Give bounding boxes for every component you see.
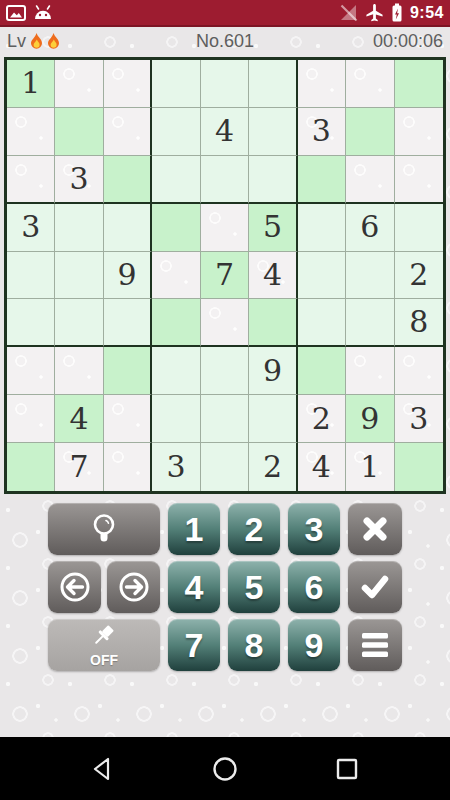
cell-r8c5[interactable] — [201, 395, 249, 443]
num-2-button[interactable]: 2 — [228, 503, 280, 555]
cell-r5c8[interactable] — [346, 252, 394, 300]
cell-r3c8[interactable] — [346, 156, 394, 204]
cell-r5c7[interactable] — [298, 252, 346, 300]
cell-r4c3[interactable] — [104, 204, 152, 252]
back-button[interactable] — [90, 756, 116, 782]
cell-r1c4[interactable] — [152, 60, 200, 108]
cell-r9c2[interactable]: 7 — [55, 443, 103, 491]
pin-toggle-button[interactable]: OFF — [48, 619, 160, 671]
cell-r9c5[interactable] — [201, 443, 249, 491]
num-1-button[interactable]: 1 — [168, 503, 220, 555]
cell-r6c2[interactable] — [55, 299, 103, 347]
no-signal-icon — [340, 4, 358, 21]
battery-charging-icon — [391, 3, 403, 22]
app-screen: 9:54 Lv No.601 00:00:06 1433356974289429… — [0, 0, 450, 800]
status-bar: 9:54 — [0, 0, 450, 27]
cell-r1c6[interactable] — [249, 60, 297, 108]
home-circle-icon — [212, 756, 238, 782]
airplane-mode-icon — [365, 3, 384, 22]
cell-r2c2[interactable] — [55, 108, 103, 156]
cell-r9c6[interactable]: 2 — [249, 443, 297, 491]
cell-r6c8[interactable] — [346, 299, 394, 347]
cell-r8c6[interactable] — [249, 395, 297, 443]
x-icon — [360, 514, 390, 544]
keypad: 1 2 3 — [48, 503, 402, 671]
cell-r2c8[interactable] — [346, 108, 394, 156]
cell-r7c6[interactable]: 9 — [249, 347, 297, 395]
cell-r6c6[interactable] — [249, 299, 297, 347]
num-9-button[interactable]: 9 — [288, 619, 340, 671]
cell-r4c6[interactable]: 5 — [249, 204, 297, 252]
cell-r6c7[interactable] — [298, 299, 346, 347]
cell-r1c2[interactable] — [55, 60, 103, 108]
delete-button[interactable] — [348, 503, 402, 555]
num-3-button[interactable]: 3 — [288, 503, 340, 555]
cell-r3c4[interactable] — [152, 156, 200, 204]
screenshot-icon — [6, 5, 26, 21]
num-7-button[interactable]: 7 — [168, 619, 220, 671]
cell-r8c2[interactable]: 4 — [55, 395, 103, 443]
cell-r9c1[interactable] — [7, 443, 55, 491]
cell-r8c1[interactable] — [7, 395, 55, 443]
clock: 9:54 — [410, 4, 444, 22]
cell-r9c9[interactable] — [395, 443, 443, 491]
sudoku-board: 1433356974289429373241 — [4, 57, 446, 494]
next-button[interactable] — [107, 561, 160, 613]
hamburger-icon — [360, 631, 390, 659]
cell-r1c5[interactable] — [201, 60, 249, 108]
lightbulb-icon — [89, 512, 119, 546]
num-8-button[interactable]: 8 — [228, 619, 280, 671]
cell-r1c1[interactable]: 1 — [7, 60, 55, 108]
menu-button[interactable] — [348, 619, 402, 671]
cell-r1c8[interactable] — [346, 60, 394, 108]
cell-r5c1[interactable] — [7, 252, 55, 300]
recents-square-icon — [334, 756, 360, 782]
cell-r8c7[interactable]: 2 — [298, 395, 346, 443]
cell-r3c7[interactable] — [298, 156, 346, 204]
check-icon — [359, 572, 391, 602]
cell-r2c9[interactable] — [395, 108, 443, 156]
cell-r4c5[interactable] — [201, 204, 249, 252]
cell-r2c4[interactable] — [152, 108, 200, 156]
cell-r2c7[interactable]: 3 — [298, 108, 346, 156]
circle-right-arrow-icon — [118, 571, 150, 603]
cell-r3c2[interactable]: 3 — [55, 156, 103, 204]
back-triangle-icon — [90, 756, 116, 782]
cell-r4c8[interactable]: 6 — [346, 204, 394, 252]
game-header: Lv No.601 00:00:06 — [0, 27, 450, 56]
cell-r1c7[interactable] — [298, 60, 346, 108]
cell-r2c3[interactable] — [104, 108, 152, 156]
android-icon — [33, 5, 53, 20]
cell-r8c3[interactable] — [104, 395, 152, 443]
cell-r8c8[interactable]: 9 — [346, 395, 394, 443]
cell-r9c7[interactable]: 4 — [298, 443, 346, 491]
num-4-button[interactable]: 4 — [168, 561, 220, 613]
recents-button[interactable] — [334, 756, 360, 782]
pushpin-icon — [89, 624, 119, 652]
cell-r7c4[interactable] — [152, 347, 200, 395]
cell-r5c5[interactable]: 7 — [201, 252, 249, 300]
cell-r5c2[interactable] — [55, 252, 103, 300]
cell-r5c6[interactable]: 4 — [249, 252, 297, 300]
arrow-buttons — [48, 561, 160, 613]
cell-r8c9[interactable]: 3 — [395, 395, 443, 443]
cell-r7c9[interactable] — [395, 347, 443, 395]
pin-state-label: OFF — [90, 653, 118, 667]
cell-r3c1[interactable] — [7, 156, 55, 204]
home-button[interactable] — [212, 756, 238, 782]
circle-left-arrow-icon — [59, 571, 91, 603]
cell-r6c4[interactable] — [152, 299, 200, 347]
cell-r1c9[interactable] — [395, 60, 443, 108]
cell-r7c3[interactable] — [104, 347, 152, 395]
cell-r7c7[interactable] — [298, 347, 346, 395]
cell-r4c9[interactable] — [395, 204, 443, 252]
cell-r9c3[interactable] — [104, 443, 152, 491]
cell-r2c5[interactable]: 4 — [201, 108, 249, 156]
cell-r3c3[interactable] — [104, 156, 152, 204]
cell-r7c2[interactable] — [55, 347, 103, 395]
cell-r5c9[interactable]: 2 — [395, 252, 443, 300]
cell-r3c6[interactable] — [249, 156, 297, 204]
cell-r5c4[interactable] — [152, 252, 200, 300]
cell-r7c8[interactable] — [346, 347, 394, 395]
status-right-icons: 9:54 — [340, 3, 444, 22]
cell-r4c2[interactable] — [55, 204, 103, 252]
hint-button[interactable] — [48, 503, 160, 555]
android-nav-bar — [0, 737, 450, 800]
cell-r6c1[interactable] — [7, 299, 55, 347]
cell-r9c8[interactable]: 1 — [346, 443, 394, 491]
status-left-icons — [6, 5, 53, 21]
cell-r2c6[interactable] — [249, 108, 297, 156]
cell-r6c3[interactable] — [104, 299, 152, 347]
num-6-button[interactable]: 6 — [288, 561, 340, 613]
cell-r3c5[interactable] — [201, 156, 249, 204]
cell-r6c5[interactable] — [201, 299, 249, 347]
timer: 00:00:06 — [373, 31, 443, 52]
cell-r9c4[interactable]: 3 — [152, 443, 200, 491]
cell-r6c9[interactable]: 8 — [395, 299, 443, 347]
cell-r4c7[interactable] — [298, 204, 346, 252]
cell-r3c9[interactable] — [395, 156, 443, 204]
cell-r4c4[interactable] — [152, 204, 200, 252]
cell-r8c4[interactable] — [152, 395, 200, 443]
cell-r5c3[interactable]: 9 — [104, 252, 152, 300]
cell-r2c1[interactable] — [7, 108, 55, 156]
prev-button[interactable] — [48, 561, 101, 613]
cell-r1c3[interactable] — [104, 60, 152, 108]
cell-r7c1[interactable] — [7, 347, 55, 395]
cell-r4c1[interactable]: 3 — [7, 204, 55, 252]
cell-r7c5[interactable] — [201, 347, 249, 395]
num-5-button[interactable]: 5 — [228, 561, 280, 613]
confirm-button[interactable] — [348, 561, 402, 613]
